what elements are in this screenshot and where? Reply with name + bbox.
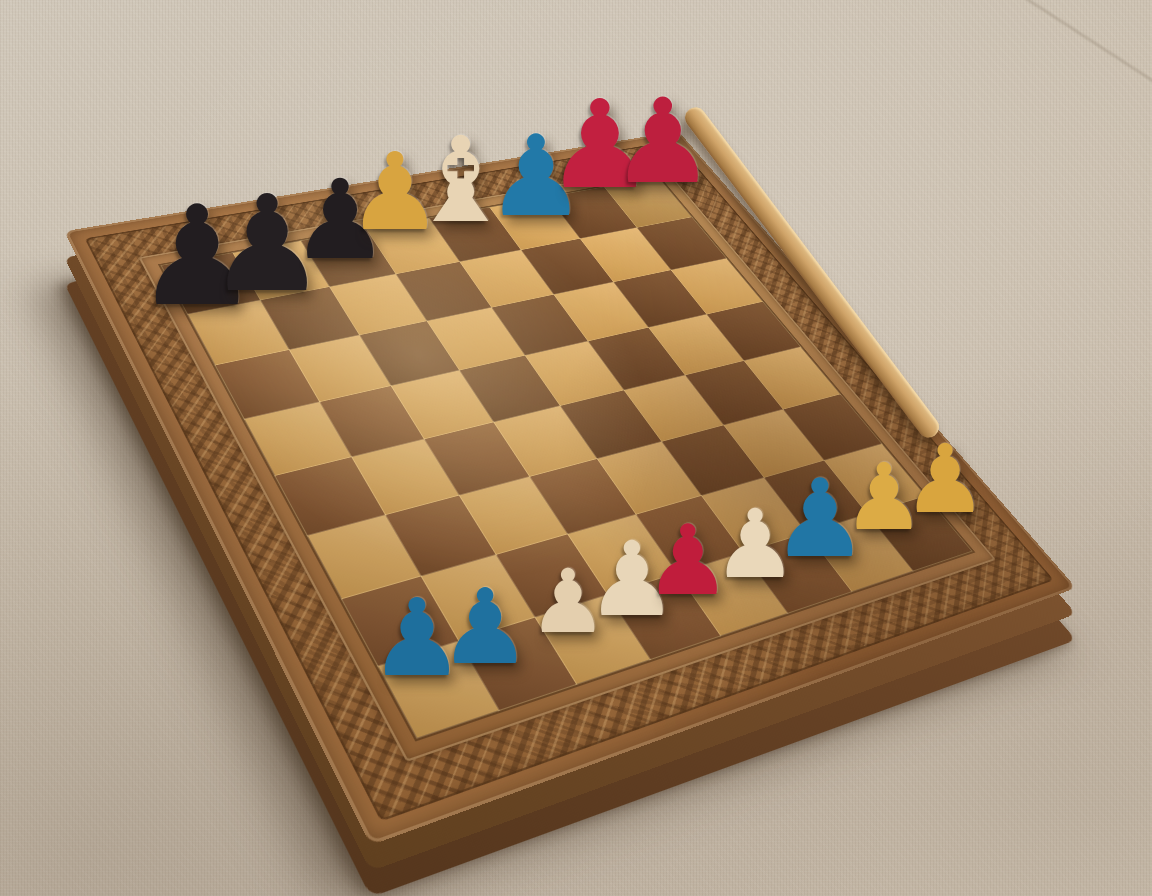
photo-scene: ♟♟♟♟♝♟♟♟♟♟♟♟♟♟♟♟♟: [0, 0, 1152, 896]
blue-pawn-se-2[interactable]: ♟: [438, 575, 531, 679]
red-pawn-nw-2[interactable]: ♟: [611, 83, 716, 200]
yellow-pawn-se-2[interactable]: ♟: [902, 432, 987, 527]
pieces-layer: ♟♟♟♟♝♟♟♟♟♟♟♟♟♟♟♟♟: [0, 0, 1152, 896]
